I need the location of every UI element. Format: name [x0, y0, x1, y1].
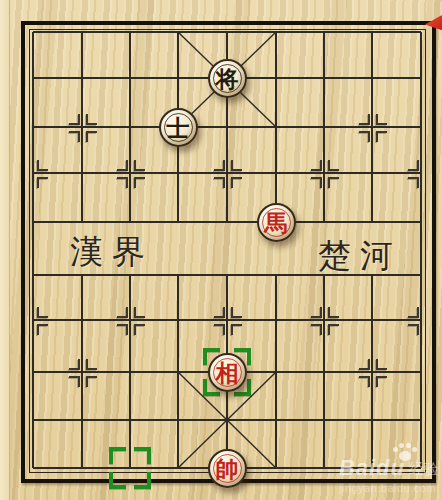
- xiangqi-board: 漢界 楚河 将士馬相帥 Baidu 经验 jingyan.baidu.com: [0, 0, 442, 500]
- position-marker: [231, 324, 242, 335]
- position-marker: [376, 359, 387, 370]
- position-marker: [231, 160, 242, 171]
- watermark: Baidu 经验 jingyan.baidu.com: [339, 455, 439, 494]
- position-marker: [311, 324, 322, 335]
- position-marker: [117, 160, 128, 171]
- position-marker: [408, 160, 419, 171]
- position-marker: [69, 131, 80, 142]
- piece-character: 帥: [216, 457, 239, 480]
- position-marker: [359, 131, 370, 142]
- bracket-corner: [109, 447, 126, 464]
- position-marker: [328, 160, 339, 171]
- position-marker: [231, 307, 242, 318]
- piece-character: 相: [216, 361, 239, 384]
- position-marker: [214, 160, 225, 171]
- position-marker: [134, 307, 145, 318]
- river-label-left: 漢界: [70, 230, 154, 275]
- piece-character: 馬: [265, 211, 288, 234]
- position-marker: [69, 114, 80, 125]
- position-marker: [134, 160, 145, 171]
- bracket-corner: [109, 472, 126, 489]
- position-marker: [117, 177, 128, 188]
- piece-red-horse[interactable]: 馬: [257, 203, 296, 242]
- piece-black-advisor[interactable]: 士: [159, 108, 198, 147]
- move-origin-marker[interactable]: [109, 447, 151, 489]
- watermark-suffix: 经验: [409, 460, 439, 481]
- position-marker: [359, 114, 370, 125]
- position-marker: [311, 307, 322, 318]
- watermark-url: jingyan.baidu.com: [339, 482, 439, 494]
- position-marker: [311, 177, 322, 188]
- position-marker: [408, 177, 419, 188]
- position-marker: [134, 177, 145, 188]
- bracket-corner: [134, 472, 151, 489]
- position-marker: [86, 359, 97, 370]
- piece-character: 将: [216, 67, 239, 90]
- position-marker: [86, 131, 97, 142]
- position-marker: [214, 177, 225, 188]
- position-marker: [408, 324, 419, 335]
- position-marker: [86, 114, 97, 125]
- position-marker: [376, 131, 387, 142]
- paw-icon: [393, 443, 417, 463]
- position-marker: [376, 114, 387, 125]
- position-marker: [37, 307, 48, 318]
- position-marker: [117, 307, 128, 318]
- position-marker: [117, 324, 128, 335]
- position-marker: [311, 160, 322, 171]
- position-marker: [69, 359, 80, 370]
- position-marker: [408, 307, 419, 318]
- position-marker: [37, 160, 48, 171]
- bracket-corner: [134, 447, 151, 464]
- piece-black-general[interactable]: 将: [208, 59, 247, 98]
- position-marker: [86, 376, 97, 387]
- piece-red-general[interactable]: 帥: [208, 449, 247, 488]
- position-marker: [37, 177, 48, 188]
- piece-red-elephant[interactable]: 相: [208, 353, 247, 392]
- position-marker: [359, 376, 370, 387]
- position-marker: [69, 376, 80, 387]
- piece-character: 士: [167, 116, 190, 139]
- river-label-right: 楚河: [318, 234, 402, 279]
- position-marker: [328, 177, 339, 188]
- position-marker: [359, 359, 370, 370]
- position-marker: [231, 177, 242, 188]
- position-marker: [328, 324, 339, 335]
- position-marker: [328, 307, 339, 318]
- position-marker: [376, 376, 387, 387]
- position-marker: [37, 324, 48, 335]
- position-marker: [134, 324, 145, 335]
- position-marker: [214, 324, 225, 335]
- position-marker: [214, 307, 225, 318]
